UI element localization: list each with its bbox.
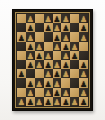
board-square-r2c2: ♟ bbox=[26, 23, 35, 32]
board-square-r1c3 bbox=[35, 14, 44, 23]
product-photo-background: ♟♟♟♟♟♟♟♟♟♟♟♟♟♟♟♟♟♟♟♟♟♟♟♟♟♟♟♟♟♟♟♟♟♟♟♟♟♟♟♟… bbox=[0, 0, 105, 120]
board-square-r3c3 bbox=[35, 32, 44, 41]
board-square-r7c1: ♟ bbox=[17, 69, 26, 78]
board-square-r5c3: ♟ bbox=[35, 51, 44, 60]
board-square-r2c4: ♟ bbox=[44, 23, 53, 32]
board-square-r7c4: ♟ bbox=[44, 69, 53, 78]
pawn-icon: ♟ bbox=[53, 25, 60, 33]
board-square-r4c2: ♟ bbox=[26, 42, 35, 51]
pawn-icon: ♟ bbox=[27, 80, 34, 88]
pawn-icon: ♟ bbox=[53, 62, 60, 70]
board-square-r4c3: ♟ bbox=[35, 42, 44, 51]
board-square-r7c2 bbox=[26, 69, 35, 78]
pawn-icon: ♟ bbox=[18, 34, 25, 42]
board-square-r7c5: ♟ bbox=[53, 69, 62, 78]
board-square-r6c5: ♟ bbox=[53, 60, 62, 69]
pawn-icon: ♟ bbox=[80, 71, 87, 79]
pawn-icon: ♟ bbox=[62, 25, 69, 33]
board-square-r6c6: ♟ bbox=[61, 60, 70, 69]
pawn-icon: ♟ bbox=[36, 43, 43, 51]
board-square-r9c1 bbox=[17, 88, 26, 97]
pawn-icon: ♟ bbox=[36, 98, 43, 106]
pawn-icon: ♟ bbox=[62, 71, 69, 79]
pawn-icon: ♟ bbox=[71, 43, 78, 51]
board-square-r1c8: ♟ bbox=[79, 14, 88, 23]
board-square-r1c2: ♟ bbox=[26, 14, 35, 23]
pawn-icon: ♟ bbox=[18, 98, 25, 106]
pawn-icon: ♟ bbox=[62, 89, 69, 97]
pawn-icon: ♟ bbox=[62, 98, 69, 106]
board-square-r1c1 bbox=[17, 14, 26, 23]
board-square-r7c8: ♟ bbox=[79, 69, 88, 78]
board-square-r8c1 bbox=[17, 78, 26, 87]
pawn-icon: ♟ bbox=[62, 52, 69, 60]
pawn-icon: ♟ bbox=[53, 89, 60, 97]
board-square-r3c7 bbox=[70, 32, 79, 41]
board-square-r6c1 bbox=[17, 60, 26, 69]
board-square-r9c2: ♟ bbox=[26, 88, 35, 97]
pawn-icon: ♟ bbox=[27, 98, 34, 106]
chess-board: ♟♟♟♟♟♟♟♟♟♟♟♟♟♟♟♟♟♟♟♟♟♟♟♟♟♟♟♟♟♟♟♟♟♟♟♟♟♟♟♟… bbox=[17, 14, 88, 106]
board-square-r2c5: ♟ bbox=[53, 23, 62, 32]
board-square-r5c1 bbox=[17, 51, 26, 60]
board-square-r2c6: ♟ bbox=[61, 23, 70, 32]
pawn-icon: ♟ bbox=[27, 34, 34, 42]
board-square-r6c8: ♟ bbox=[79, 60, 88, 69]
pawn-icon: ♟ bbox=[27, 43, 34, 51]
pawn-icon: ♟ bbox=[36, 80, 43, 88]
board-square-r1c7 bbox=[70, 14, 79, 23]
board-square-r8c5: ♟ bbox=[53, 78, 62, 87]
pawn-icon: ♟ bbox=[44, 71, 51, 79]
pawn-icon: ♟ bbox=[62, 43, 69, 51]
pawn-icon: ♟ bbox=[18, 71, 25, 79]
pawn-icon: ♟ bbox=[44, 89, 51, 97]
board-square-r2c7 bbox=[70, 23, 79, 32]
pawn-icon: ♟ bbox=[44, 52, 51, 60]
board-square-r10c1: ♟ bbox=[17, 97, 26, 106]
board-square-r2c1 bbox=[17, 23, 26, 32]
board-square-r3c6: ♟ bbox=[61, 32, 70, 41]
board-square-r1c5: ♟ bbox=[53, 14, 62, 23]
pawn-icon: ♟ bbox=[53, 43, 60, 51]
board-square-r2c3 bbox=[35, 23, 44, 32]
board-square-r4c4 bbox=[44, 42, 53, 51]
pawn-icon: ♟ bbox=[80, 16, 87, 24]
pawn-icon: ♟ bbox=[36, 52, 43, 60]
gold-trim: ♟♟♟♟♟♟♟♟♟♟♟♟♟♟♟♟♟♟♟♟♟♟♟♟♟♟♟♟♟♟♟♟♟♟♟♟♟♟♟♟… bbox=[15, 12, 90, 108]
board-square-r7c3 bbox=[35, 69, 44, 78]
board-square-r6c4: ♟ bbox=[44, 60, 53, 69]
pawn-icon: ♟ bbox=[80, 62, 87, 70]
pawn-icon: ♟ bbox=[36, 62, 43, 70]
pawn-icon: ♟ bbox=[27, 89, 34, 97]
board-square-r8c6 bbox=[61, 78, 70, 87]
board-square-r8c7 bbox=[70, 78, 79, 87]
board-square-r4c5: ♟ bbox=[53, 42, 62, 51]
board-square-r10c3: ♟ bbox=[35, 97, 44, 106]
pawn-icon: ♟ bbox=[62, 62, 69, 70]
board-square-r10c4: ♟ bbox=[44, 97, 53, 106]
board-square-r5c5 bbox=[53, 51, 62, 60]
board-square-r3c5: ♟ bbox=[53, 32, 62, 41]
board-square-r9c5: ♟ bbox=[53, 88, 62, 97]
board-square-r9c8: ♟ bbox=[79, 88, 88, 97]
board-square-r9c4: ♟ bbox=[44, 88, 53, 97]
board-square-r4c7: ♟ bbox=[70, 42, 79, 51]
pawn-icon: ♟ bbox=[44, 98, 51, 106]
pawn-icon: ♟ bbox=[27, 62, 34, 70]
pawn-icon: ♟ bbox=[53, 16, 60, 24]
board-square-r7c6: ♟ bbox=[61, 69, 70, 78]
board-square-r6c2: ♟ bbox=[26, 60, 35, 69]
board-square-r5c4: ♟ bbox=[44, 51, 53, 60]
board-square-r9c6: ♟ bbox=[61, 88, 70, 97]
board-square-r5c7: ♟ bbox=[70, 51, 79, 60]
pawn-icon: ♟ bbox=[80, 80, 87, 88]
board-square-r5c8 bbox=[79, 51, 88, 60]
board-square-r7c7 bbox=[70, 69, 79, 78]
board-square-r9c3 bbox=[35, 88, 44, 97]
pawn-icon: ♟ bbox=[62, 16, 69, 24]
pawn-icon: ♟ bbox=[53, 98, 60, 106]
board-square-r5c2: ♟ bbox=[26, 51, 35, 60]
board-square-r10c6: ♟ bbox=[61, 97, 70, 106]
pawn-icon: ♟ bbox=[71, 52, 78, 60]
board-square-r8c8: ♟ bbox=[79, 78, 88, 87]
board-square-r8c3: ♟ bbox=[35, 78, 44, 87]
pawn-icon: ♟ bbox=[27, 25, 34, 33]
pawn-icon: ♟ bbox=[27, 52, 34, 60]
board-square-r2c8: ♟ bbox=[79, 23, 88, 32]
board-square-r5c6: ♟ bbox=[61, 51, 70, 60]
chessboard-frame[interactable]: ♟♟♟♟♟♟♟♟♟♟♟♟♟♟♟♟♟♟♟♟♟♟♟♟♟♟♟♟♟♟♟♟♟♟♟♟♟♟♟♟… bbox=[12, 9, 93, 111]
pawn-icon: ♟ bbox=[53, 80, 60, 88]
pawn-icon: ♟ bbox=[80, 98, 87, 106]
pawn-icon: ♟ bbox=[53, 34, 60, 42]
board-square-r4c1 bbox=[17, 42, 26, 51]
board-square-r6c3: ♟ bbox=[35, 60, 44, 69]
board-square-r4c6: ♟ bbox=[61, 42, 70, 51]
pawn-icon: ♟ bbox=[71, 98, 78, 106]
board-square-r8c2: ♟ bbox=[26, 78, 35, 87]
board-square-r10c7: ♟ bbox=[70, 97, 79, 106]
board-square-r3c4 bbox=[44, 32, 53, 41]
board-square-r9c7 bbox=[70, 88, 79, 97]
board-square-r10c5: ♟ bbox=[53, 97, 62, 106]
board-square-r10c2: ♟ bbox=[26, 97, 35, 106]
pawn-icon: ♟ bbox=[53, 71, 60, 79]
pawn-icon: ♟ bbox=[44, 80, 51, 88]
pawn-icon: ♟ bbox=[80, 89, 87, 97]
pawn-icon: ♟ bbox=[44, 62, 51, 70]
board-square-r10c8: ♟ bbox=[79, 97, 88, 106]
board-square-r3c8: ♟ bbox=[79, 32, 88, 41]
board-square-r8c4: ♟ bbox=[44, 78, 53, 87]
pawn-icon: ♟ bbox=[44, 25, 51, 33]
board-square-r3c1: ♟ bbox=[17, 32, 26, 41]
board-square-r6c7 bbox=[70, 60, 79, 69]
board-square-r3c2: ♟ bbox=[26, 32, 35, 41]
pawn-icon: ♟ bbox=[80, 34, 87, 42]
pawn-icon: ♟ bbox=[27, 16, 34, 24]
board-square-r1c6: ♟ bbox=[61, 14, 70, 23]
board-square-r1c4: ♟ bbox=[44, 14, 53, 23]
pawn-icon: ♟ bbox=[44, 16, 51, 24]
board-square-r4c8 bbox=[79, 42, 88, 51]
pawn-icon: ♟ bbox=[80, 25, 87, 33]
pawn-icon: ♟ bbox=[62, 34, 69, 42]
